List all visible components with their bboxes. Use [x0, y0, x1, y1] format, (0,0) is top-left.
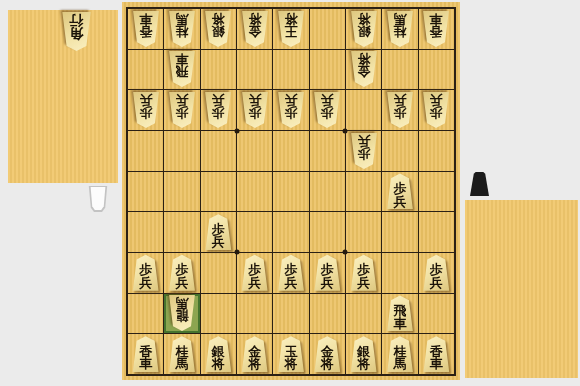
- piece-face: 玉将: [276, 336, 306, 372]
- piece-face: 歩兵: [167, 255, 197, 291]
- gote-piece-金将: 金将: [240, 11, 270, 47]
- cell-7i[interactable]: 銀将: [201, 334, 236, 374]
- cell-6e[interactable]: [237, 172, 272, 212]
- piece-kanji: 将: [357, 52, 370, 65]
- cell-3f[interactable]: [346, 212, 381, 252]
- cell-8i[interactable]: 桂馬: [164, 334, 199, 374]
- piece-kanji: 将: [248, 358, 261, 371]
- piece-face: 歩兵: [385, 173, 415, 209]
- piece-kanji: 兵: [321, 277, 334, 290]
- cell-1i[interactable]: 香車: [419, 334, 454, 374]
- piece-kanji: 歩: [175, 106, 188, 119]
- cell-6g[interactable]: 歩兵: [237, 253, 272, 293]
- sente-piece-金将: 金将: [312, 336, 342, 372]
- piece-kanji: 将: [284, 358, 297, 371]
- cell-2c[interactable]: 歩兵: [382, 90, 417, 130]
- piece-kanji: 将: [248, 12, 261, 25]
- piece-kanji: 車: [139, 12, 152, 25]
- cell-3c[interactable]: [346, 90, 381, 130]
- sente-piece-歩兵: 歩兵: [349, 255, 379, 291]
- piece-face: 歩兵: [167, 92, 197, 128]
- cell-2h[interactable]: 飛車: [382, 294, 417, 334]
- sente-piece-金将: 金将: [240, 336, 270, 372]
- cell-6h[interactable]: [237, 294, 272, 334]
- piece-kanji: 兵: [430, 93, 443, 106]
- piece-kanji: 兵: [248, 93, 261, 106]
- sente-piece-歩兵: 歩兵: [421, 255, 451, 291]
- cell-4f[interactable]: [310, 212, 345, 252]
- piece-kanji: 歩: [212, 106, 225, 119]
- cell-7e[interactable]: [201, 172, 236, 212]
- piece-face: 銀将: [203, 336, 233, 372]
- piece-kanji: 歩: [284, 106, 297, 119]
- piece-kanji: 車: [175, 52, 188, 65]
- piece-face: 桂馬: [385, 11, 415, 47]
- gote-piece-王将: 王将: [276, 11, 306, 47]
- cell-8d[interactable]: [164, 131, 199, 171]
- gote-piece-歩兵: 歩兵: [349, 133, 379, 169]
- piece-kanji: 金: [357, 65, 370, 78]
- piece-kanji: 兵: [212, 93, 225, 106]
- cell-9c[interactable]: 歩兵: [128, 90, 163, 130]
- cell-4b[interactable]: [310, 50, 345, 90]
- piece-kanji: 歩: [393, 106, 406, 119]
- piece-face: 王将: [276, 11, 306, 47]
- piece-kanji: 歩: [139, 106, 152, 119]
- board-grid: 香車桂馬銀将金将王将銀将桂馬香車飛車金将歩兵歩兵歩兵歩兵歩兵歩兵歩兵歩兵歩兵歩兵…: [126, 7, 456, 376]
- cell-7d[interactable]: [201, 131, 236, 171]
- cell-3d[interactable]: 歩兵: [346, 131, 381, 171]
- piece-face: 飛車: [167, 51, 197, 87]
- cell-8e[interactable]: [164, 172, 199, 212]
- cell-4d[interactable]: [310, 131, 345, 171]
- cell-1g[interactable]: 歩兵: [419, 253, 454, 293]
- sente-piece-桂馬: 桂馬: [385, 336, 415, 372]
- gote-player-icon: [88, 186, 108, 212]
- sente-piece-歩兵: 歩兵: [385, 173, 415, 209]
- cell-8b[interactable]: 飛車: [164, 50, 199, 90]
- sente-piece-香車: 香車: [131, 336, 161, 372]
- piece-kanji: 車: [430, 358, 443, 371]
- piece-face: 角行: [60, 12, 93, 51]
- piece-kanji: 将: [284, 12, 297, 25]
- cell-5g[interactable]: 歩兵: [273, 253, 308, 293]
- cell-9g[interactable]: 歩兵: [128, 253, 163, 293]
- cell-4h[interactable]: [310, 294, 345, 334]
- cell-8g[interactable]: 歩兵: [164, 253, 199, 293]
- gote-piece-歩兵: 歩兵: [421, 92, 451, 128]
- gote-piece-桂馬: 桂馬: [385, 11, 415, 47]
- cell-2g[interactable]: [382, 253, 417, 293]
- gote-piece-銀将: 銀将: [349, 11, 379, 47]
- piece-face: 歩兵: [276, 255, 306, 291]
- piece-kanji: 将: [212, 358, 225, 371]
- cell-5d[interactable]: [273, 131, 308, 171]
- gote-piece-角行: 角行: [60, 12, 93, 51]
- cell-5e[interactable]: [273, 172, 308, 212]
- sente-player-icon: [470, 172, 489, 196]
- gote-piece-歩兵: 歩兵: [167, 92, 197, 128]
- piece-face: 香車: [131, 11, 161, 47]
- cell-7h[interactable]: [201, 294, 236, 334]
- piece-kanji: 馬: [175, 12, 188, 25]
- piece-face: 銀将: [203, 11, 233, 47]
- piece-face: 歩兵: [312, 92, 342, 128]
- piece-face: 桂馬: [167, 11, 197, 47]
- piece-kanji: 兵: [357, 134, 370, 147]
- piece-face: 桂馬: [167, 336, 197, 372]
- piece-kanji: 兵: [357, 277, 370, 290]
- cell-6c[interactable]: 歩兵: [237, 90, 272, 130]
- cell-3e[interactable]: [346, 172, 381, 212]
- cell-2i[interactable]: 桂馬: [382, 334, 417, 374]
- sente-piece-歩兵: 歩兵: [240, 255, 270, 291]
- cell-8c[interactable]: 歩兵: [164, 90, 199, 130]
- piece-kanji: 将: [357, 12, 370, 25]
- cell-1f[interactable]: [419, 212, 454, 252]
- cell-4e[interactable]: [310, 172, 345, 212]
- piece-face: 香車: [421, 11, 451, 47]
- piece-face: 銀将: [349, 11, 379, 47]
- cell-4i[interactable]: 金将: [310, 334, 345, 374]
- piece-kanji: 将: [212, 12, 225, 25]
- hoshi-dot: [343, 250, 348, 255]
- gote-piece-歩兵: 歩兵: [385, 92, 415, 128]
- cell-9i[interactable]: 香車: [128, 334, 163, 374]
- piece-face: 桂馬: [385, 336, 415, 372]
- piece-face: 金将: [349, 51, 379, 87]
- piece-face: 歩兵: [240, 255, 270, 291]
- cell-2d[interactable]: [382, 131, 417, 171]
- cell-8h[interactable]: 龍馬: [164, 294, 199, 334]
- cell-5c[interactable]: 歩兵: [273, 90, 308, 130]
- piece-kanji: 兵: [139, 277, 152, 290]
- cell-9a[interactable]: 香車: [128, 9, 163, 49]
- cell-1h[interactable]: [419, 294, 454, 334]
- cell-9e[interactable]: [128, 172, 163, 212]
- piece-kanji: 兵: [248, 277, 261, 290]
- cell-7a[interactable]: 銀将: [201, 9, 236, 49]
- piece-kanji: 兵: [212, 236, 225, 249]
- sente-player-icon-fill: [470, 172, 489, 196]
- piece-face: 龍馬: [167, 295, 197, 331]
- cell-2e[interactable]: 歩兵: [382, 172, 417, 212]
- sente-piece-歩兵: 歩兵: [131, 255, 161, 291]
- piece-face: 香車: [131, 336, 161, 372]
- piece-kanji: 兵: [321, 93, 334, 106]
- piece-kanji: 馬: [393, 358, 406, 371]
- sente-piece-歩兵: 歩兵: [312, 255, 342, 291]
- sente-piece-桂馬: 桂馬: [167, 336, 197, 372]
- piece-kanji: 兵: [393, 196, 406, 209]
- cell-5i[interactable]: 玉将: [273, 334, 308, 374]
- gote-piece-歩兵: 歩兵: [203, 92, 233, 128]
- sente-piece-歩兵: 歩兵: [203, 214, 233, 250]
- hoshi-dot: [234, 250, 239, 255]
- cell-5a[interactable]: 王将: [273, 9, 308, 49]
- piece-face: 歩兵: [131, 92, 161, 128]
- cell-8a[interactable]: 桂馬: [164, 9, 199, 49]
- gote-piece-歩兵: 歩兵: [312, 92, 342, 128]
- piece-face: 歩兵: [276, 92, 306, 128]
- piece-kanji: 馬: [175, 358, 188, 371]
- piece-face: 銀将: [349, 336, 379, 372]
- piece-kanji: 馬: [393, 12, 406, 25]
- cell-3a[interactable]: 銀将: [346, 9, 381, 49]
- piece-kanji: 兵: [284, 93, 297, 106]
- cell-7c[interactable]: 歩兵: [201, 90, 236, 130]
- cell-3b[interactable]: 金将: [346, 50, 381, 90]
- piece-kanji: 歩: [321, 106, 334, 119]
- piece-face: 歩兵: [349, 133, 379, 169]
- cell-1d[interactable]: [419, 131, 454, 171]
- piece-face: 歩兵: [349, 255, 379, 291]
- cell-9b[interactable]: [128, 50, 163, 90]
- piece-kanji: 車: [430, 12, 443, 25]
- komadai-sente: [465, 200, 578, 378]
- piece-kanji: 兵: [393, 93, 406, 106]
- cell-6f[interactable]: [237, 212, 272, 252]
- cell-6b[interactable]: [237, 50, 272, 90]
- piece-kanji: 兵: [175, 93, 188, 106]
- cell-5f[interactable]: [273, 212, 308, 252]
- gote-piece-金将: 金将: [349, 51, 379, 87]
- sente-piece-歩兵: 歩兵: [167, 255, 197, 291]
- piece-kanji: 将: [321, 358, 334, 371]
- cell-1b[interactable]: [419, 50, 454, 90]
- cell-6i[interactable]: 金将: [237, 334, 272, 374]
- gote-piece-銀将: 銀将: [203, 11, 233, 47]
- cell-7b[interactable]: [201, 50, 236, 90]
- piece-face: 歩兵: [385, 92, 415, 128]
- sente-piece-銀将: 銀将: [203, 336, 233, 372]
- piece-kanji: 兵: [139, 93, 152, 106]
- cell-2a[interactable]: 桂馬: [382, 9, 417, 49]
- piece-kanji: 兵: [175, 277, 188, 290]
- sente-piece-玉将: 玉将: [276, 336, 306, 372]
- piece-face: 金将: [240, 11, 270, 47]
- sente-piece-飛車: 飛車: [385, 295, 415, 331]
- gote-piece-歩兵: 歩兵: [240, 92, 270, 128]
- piece-kanji: 角: [70, 27, 84, 41]
- gote-piece-歩兵: 歩兵: [131, 92, 161, 128]
- komadai-gote: 角行: [8, 10, 118, 183]
- piece-face: 歩兵: [203, 214, 233, 250]
- piece-face: 歩兵: [131, 255, 161, 291]
- piece-face: 歩兵: [421, 255, 451, 291]
- cell-8f[interactable]: [164, 212, 199, 252]
- piece-face: 歩兵: [240, 92, 270, 128]
- gote-piece-龍馬-promoted: 龍馬: [167, 295, 197, 331]
- cell-4a[interactable]: [310, 9, 345, 49]
- piece-kanji: 将: [357, 358, 370, 371]
- cell-2f[interactable]: [382, 212, 417, 252]
- piece-kanji: 車: [393, 318, 406, 331]
- cell-1e[interactable]: [419, 172, 454, 212]
- piece-kanji: 龍: [175, 309, 188, 322]
- gote-piece-歩兵: 歩兵: [276, 92, 306, 128]
- piece-kanji: 馬: [175, 296, 188, 309]
- cell-6d[interactable]: [237, 131, 272, 171]
- piece-face: 金将: [240, 336, 270, 372]
- sente-piece-歩兵: 歩兵: [276, 255, 306, 291]
- piece-face: 金将: [312, 336, 342, 372]
- sente-piece-香車: 香車: [421, 336, 451, 372]
- piece-face: 香車: [421, 336, 451, 372]
- cell-7f[interactable]: 歩兵: [201, 212, 236, 252]
- cell-6a[interactable]: 金将: [237, 9, 272, 49]
- cell-3g[interactable]: 歩兵: [346, 253, 381, 293]
- hoshi-dot: [234, 128, 239, 133]
- piece-kanji: 兵: [430, 277, 443, 290]
- cell-4c[interactable]: 歩兵: [310, 90, 345, 130]
- cell-2b[interactable]: [382, 50, 417, 90]
- piece-kanji: 兵: [284, 277, 297, 290]
- shogi-app: { "game": "shogi", "position": { "sfen":…: [0, 0, 580, 386]
- cell-1a[interactable]: 香車: [419, 9, 454, 49]
- piece-face: 歩兵: [312, 255, 342, 291]
- piece-kanji: 飛: [175, 65, 188, 78]
- cell-7g[interactable]: [201, 253, 236, 293]
- sente-piece-銀将: 銀将: [349, 336, 379, 372]
- piece-face: 飛車: [385, 295, 415, 331]
- cell-5h[interactable]: [273, 294, 308, 334]
- hoshi-dot: [343, 128, 348, 133]
- cell-5b[interactable]: [273, 50, 308, 90]
- piece-kanji: 車: [139, 358, 152, 371]
- piece-face: 歩兵: [421, 92, 451, 128]
- cell-3i[interactable]: 銀将: [346, 334, 381, 374]
- piece-kanji: 歩: [430, 106, 443, 119]
- cell-4g[interactable]: 歩兵: [310, 253, 345, 293]
- gote-piece-香車: 香車: [421, 11, 451, 47]
- piece-face: 歩兵: [203, 92, 233, 128]
- gote-piece-香車: 香車: [131, 11, 161, 47]
- gote-hand-piece-角行[interactable]: 角行: [60, 12, 93, 51]
- cell-9d[interactable]: [128, 131, 163, 171]
- cell-3h[interactable]: [346, 294, 381, 334]
- piece-kanji: 行: [70, 13, 84, 27]
- piece-kanji: 歩: [248, 106, 261, 119]
- cell-9f[interactable]: [128, 212, 163, 252]
- cell-9h[interactable]: [128, 294, 163, 334]
- gote-piece-飛車: 飛車: [167, 51, 197, 87]
- shogi-board: 香車桂馬銀将金将王将銀将桂馬香車飛車金将歩兵歩兵歩兵歩兵歩兵歩兵歩兵歩兵歩兵歩兵…: [122, 2, 460, 380]
- gote-piece-桂馬: 桂馬: [167, 11, 197, 47]
- cell-1c[interactable]: 歩兵: [419, 90, 454, 130]
